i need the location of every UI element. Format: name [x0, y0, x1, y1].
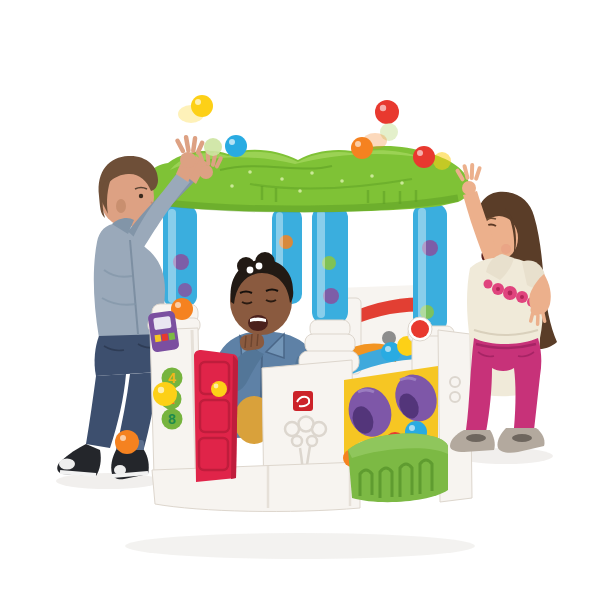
- speckle: [230, 184, 234, 188]
- ball-glint: [385, 346, 391, 352]
- falling-ball-orange: [115, 430, 139, 454]
- ball-glint: [229, 139, 235, 145]
- red-door: [194, 350, 238, 482]
- finger: [174, 138, 185, 154]
- hole-ball-red: [411, 320, 429, 338]
- hair-bobble: [256, 263, 263, 270]
- tube-highlight: [317, 210, 325, 318]
- hair-bobble: [247, 267, 254, 274]
- palm: [180, 152, 196, 168]
- ball-glint: [195, 99, 201, 105]
- air-ball-blue: [225, 135, 247, 157]
- finger: [470, 163, 475, 180]
- air-ball-yellow-ghost: [433, 152, 451, 170]
- ball-glint: [214, 384, 219, 389]
- base-skirt: [152, 462, 360, 511]
- sneaker-toe: [59, 459, 75, 470]
- tube-highlight: [418, 208, 426, 326]
- flower-center: [520, 295, 524, 299]
- tube-highlight: [168, 209, 176, 303]
- air-ball-red-2: [413, 146, 435, 168]
- ball-trough: [348, 434, 448, 503]
- air-ball-pale-green: [204, 138, 222, 156]
- sign-window: [153, 316, 172, 330]
- pillar-base-ring2: [305, 334, 355, 353]
- flower-center: [508, 291, 513, 296]
- ball-glint: [120, 435, 126, 441]
- air-ball-red: [375, 100, 399, 124]
- speckle: [298, 189, 302, 193]
- house-shadow: [125, 533, 475, 559]
- pillar-left: [163, 205, 197, 307]
- sneaker-toe: [114, 465, 126, 475]
- wall-ball-yellow: [153, 382, 177, 406]
- ball-glint: [380, 105, 386, 111]
- shoe-opening: [466, 434, 486, 442]
- shoe-opening: [512, 434, 532, 442]
- toddler-mouth-open: [248, 315, 268, 331]
- palm: [462, 181, 476, 195]
- boy-eye: [139, 194, 143, 198]
- speckle: [370, 174, 374, 178]
- door-knob-ball: [211, 381, 227, 397]
- speckle: [248, 170, 252, 174]
- ball-in-tube: [323, 288, 339, 304]
- boy-shadow: [56, 473, 160, 489]
- step2-logo: [293, 391, 313, 411]
- ball-glint: [175, 302, 181, 308]
- flower-center: [496, 287, 500, 291]
- palm: [199, 165, 213, 179]
- pillar-front-center: [312, 206, 348, 324]
- finger: [474, 166, 482, 182]
- sign-body: [147, 310, 179, 352]
- speckle: [280, 177, 284, 181]
- ball-glint: [158, 387, 164, 393]
- speckle: [310, 171, 314, 175]
- product-photo: 4 2 8: [0, 0, 600, 600]
- garland-flower: [484, 280, 493, 289]
- speckle: [340, 179, 344, 183]
- girl-cheek: [501, 244, 511, 254]
- purple-sign: [147, 310, 179, 352]
- speckle: [400, 181, 404, 185]
- sign-letter: [155, 334, 162, 342]
- ball-in-tube: [178, 283, 192, 297]
- digit-8: 8: [168, 411, 176, 427]
- finger: [536, 314, 540, 326]
- ball-glint: [355, 141, 361, 147]
- air-ball-orange: [351, 137, 373, 159]
- sign-letter: [168, 332, 175, 340]
- ball-glint: [417, 150, 423, 156]
- air-ball-yellow: [191, 95, 213, 117]
- ball-glint: [409, 425, 415, 431]
- playhouse-scene: 4 2 8: [0, 0, 600, 600]
- sign-letter: [161, 333, 168, 341]
- boy-ear: [116, 199, 126, 213]
